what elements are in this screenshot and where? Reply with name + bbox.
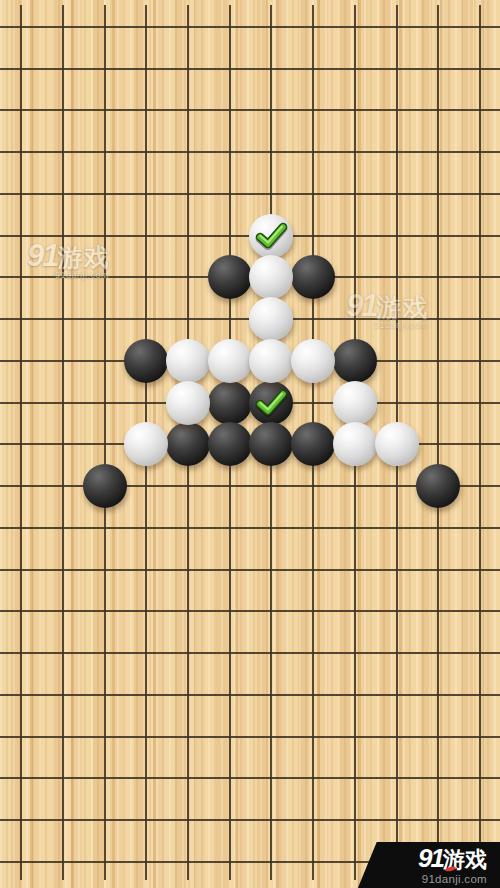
watermark-right: 91游戏 91danji.com bbox=[346, 288, 428, 330]
grid-line-horizontal bbox=[0, 694, 500, 696]
black-stone bbox=[333, 339, 377, 383]
board[interactable] bbox=[0, 0, 500, 888]
white-stone bbox=[375, 422, 419, 466]
grid-line-horizontal bbox=[0, 736, 500, 738]
black-stone bbox=[208, 422, 252, 466]
white-stone bbox=[333, 381, 377, 425]
grid-line-horizontal bbox=[0, 819, 500, 821]
grid-line-horizontal bbox=[0, 652, 500, 654]
grid-line-horizontal bbox=[0, 26, 500, 28]
grid-line-horizontal bbox=[0, 193, 500, 195]
black-stone bbox=[291, 255, 335, 299]
watermark-url: 91danji.com bbox=[55, 270, 109, 280]
white-stone bbox=[249, 297, 293, 341]
watermark-number: 91 bbox=[27, 238, 57, 273]
brand-logo-number: 91 bbox=[418, 843, 443, 873]
grid-line-horizontal bbox=[0, 569, 500, 571]
white-stone bbox=[249, 339, 293, 383]
black-stone bbox=[249, 381, 293, 425]
black-stone bbox=[83, 464, 127, 508]
watermark-left: 91游戏 91danji.com bbox=[27, 238, 109, 280]
brand-logo: 91游戏 91danji.com bbox=[355, 842, 500, 888]
grid-line-vertical bbox=[479, 5, 481, 880]
watermark-number: 91 bbox=[346, 288, 376, 323]
black-stone bbox=[249, 422, 293, 466]
watermark-url: 91danji.com bbox=[374, 320, 428, 330]
grid-line-vertical bbox=[62, 5, 64, 880]
watermark-text: 游戏 bbox=[57, 243, 109, 271]
white-stone bbox=[333, 422, 377, 466]
white-stone bbox=[166, 339, 210, 383]
grid-line-vertical bbox=[104, 5, 106, 880]
black-stone bbox=[291, 422, 335, 466]
black-stone bbox=[416, 464, 460, 508]
white-stone bbox=[249, 255, 293, 299]
grid-line-horizontal bbox=[0, 527, 500, 529]
grid-line-horizontal bbox=[0, 109, 500, 111]
white-stone bbox=[166, 381, 210, 425]
white-stone bbox=[249, 214, 293, 258]
grid-line-horizontal bbox=[0, 68, 500, 70]
grid-line-horizontal bbox=[0, 610, 500, 612]
white-stone bbox=[291, 339, 335, 383]
brand-logo-title: 91游戏 bbox=[418, 845, 500, 871]
white-stone bbox=[208, 339, 252, 383]
black-stone bbox=[124, 339, 168, 383]
black-stone bbox=[208, 381, 252, 425]
grid-line-vertical bbox=[20, 5, 22, 880]
grid-line-horizontal bbox=[0, 151, 500, 153]
black-stone bbox=[208, 255, 252, 299]
white-stone bbox=[124, 422, 168, 466]
black-stone bbox=[166, 422, 210, 466]
grid-line-horizontal bbox=[0, 777, 500, 779]
grid-line-vertical bbox=[437, 5, 439, 880]
watermark-text: 游戏 bbox=[376, 293, 428, 321]
gomoku-board-screen: 91游戏 91danji.com 91游戏 91danji.com 91游戏 9… bbox=[0, 0, 500, 888]
brand-logo-url: 91danji.com bbox=[422, 873, 500, 885]
